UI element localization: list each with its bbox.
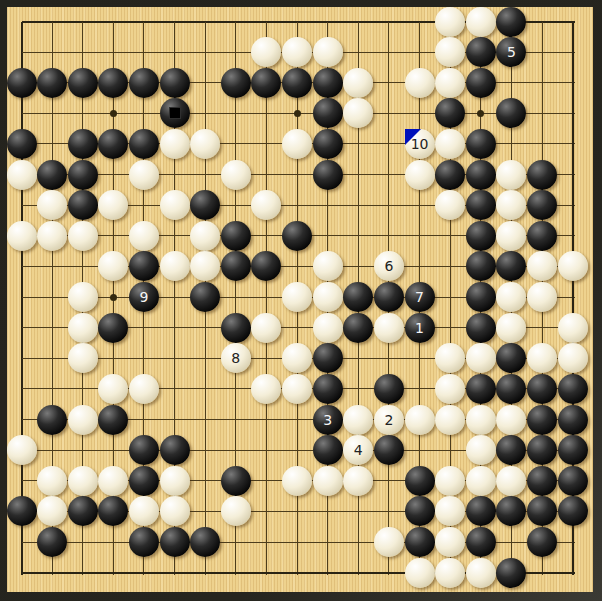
stone-black-5-2 [160, 68, 190, 98]
stone-white-1-16 [37, 496, 67, 526]
stone-white-18-8 [558, 251, 588, 281]
stone-black-9-2 [282, 68, 312, 98]
stone-white-1-7 [37, 221, 67, 251]
stone-white-10-15 [313, 466, 343, 496]
stone-black-10-13: 3 [313, 405, 343, 435]
stone-black-10-5 [313, 160, 343, 190]
stone-black-8-2 [251, 68, 281, 98]
stone-black-18-15 [558, 466, 588, 496]
stone-white-3-12 [98, 374, 128, 404]
stone-white-0-14 [7, 435, 37, 465]
stone-white-15-11 [466, 343, 496, 373]
stone-white-16-7 [496, 221, 526, 251]
stone-white-0-7 [7, 221, 37, 251]
stone-white-14-6 [435, 190, 465, 220]
stone-white-14-2 [435, 68, 465, 98]
stone-black-4-2 [129, 68, 159, 98]
stone-white-18-10 [558, 313, 588, 343]
stone-white-2-13 [68, 405, 98, 435]
move-number-label: 5 [507, 37, 516, 67]
stone-black-14-5 [435, 160, 465, 190]
stone-white-3-15 [98, 466, 128, 496]
stone-black-15-4 [466, 129, 496, 159]
stone-black-13-15 [405, 466, 435, 496]
stone-white-16-5 [496, 160, 526, 190]
stone-black-10-11 [313, 343, 343, 373]
stone-white-1-6 [37, 190, 67, 220]
star-point [110, 110, 117, 117]
stone-black-15-6 [466, 190, 496, 220]
stone-white-10-1 [313, 37, 343, 67]
stone-white-9-11 [282, 343, 312, 373]
stone-black-16-12 [496, 374, 526, 404]
stone-black-1-17 [37, 527, 67, 557]
move-number-label: 4 [354, 435, 363, 465]
move-number-label: 1 [415, 313, 424, 343]
stone-black-7-10 [221, 313, 251, 343]
stone-black-17-17 [527, 527, 557, 557]
stone-white-5-15 [160, 466, 190, 496]
stone-black-4-17 [129, 527, 159, 557]
triangle-marker [405, 129, 421, 145]
stone-white-13-2 [405, 68, 435, 98]
stone-white-7-5 [221, 160, 251, 190]
stone-white-13-5 [405, 160, 435, 190]
stone-white-11-2 [343, 68, 373, 98]
star-point [110, 294, 117, 301]
move-number-label: 7 [415, 282, 424, 312]
stone-black-15-1 [466, 37, 496, 67]
stone-white-14-4 [435, 129, 465, 159]
stone-white-17-9 [527, 282, 557, 312]
stone-white-2-7 [68, 221, 98, 251]
stone-white-6-4 [190, 129, 220, 159]
stone-white-5-16 [160, 496, 190, 526]
stone-white-12-13: 2 [374, 405, 404, 435]
stone-white-1-15 [37, 466, 67, 496]
stone-white-18-11 [558, 343, 588, 373]
stone-black-10-12 [313, 374, 343, 404]
move-number-label: 2 [384, 405, 393, 435]
stone-black-2-5 [68, 160, 98, 190]
move-number-label: 6 [384, 251, 393, 281]
stone-black-7-2 [221, 68, 251, 98]
stone-black-0-4 [7, 129, 37, 159]
stone-black-10-3 [313, 98, 343, 128]
stone-black-10-2 [313, 68, 343, 98]
stone-white-9-1 [282, 37, 312, 67]
stone-white-10-10 [313, 313, 343, 343]
stone-black-13-9: 7 [405, 282, 435, 312]
stone-black-17-14 [527, 435, 557, 465]
stone-black-13-16 [405, 496, 435, 526]
stone-white-12-17 [374, 527, 404, 557]
stone-black-10-4 [313, 129, 343, 159]
stone-black-5-17 [160, 527, 190, 557]
stone-black-4-8 [129, 251, 159, 281]
stone-white-14-13 [435, 405, 465, 435]
stone-white-16-15 [496, 466, 526, 496]
stone-black-3-16 [98, 496, 128, 526]
go-board[interactable]: 51069718324 [7, 7, 593, 592]
stone-black-15-8 [466, 251, 496, 281]
stone-white-12-8: 6 [374, 251, 404, 281]
stone-white-4-7 [129, 221, 159, 251]
go-board-frame: 51069718324 [0, 0, 602, 601]
stone-black-5-14 [160, 435, 190, 465]
stone-white-16-13 [496, 405, 526, 435]
stone-white-16-9 [496, 282, 526, 312]
stone-black-4-9: 9 [129, 282, 159, 312]
stone-black-9-7 [282, 221, 312, 251]
stone-black-12-12 [374, 374, 404, 404]
stone-white-15-15 [466, 466, 496, 496]
stone-black-16-1: 5 [496, 37, 526, 67]
stone-white-15-13 [466, 405, 496, 435]
stone-white-15-18 [466, 558, 496, 588]
stone-black-0-16 [7, 496, 37, 526]
stone-black-13-17 [405, 527, 435, 557]
stone-black-15-10 [466, 313, 496, 343]
stone-white-5-4 [160, 129, 190, 159]
stone-black-17-5 [527, 160, 557, 190]
stone-white-14-18 [435, 558, 465, 588]
stone-black-12-9 [374, 282, 404, 312]
stone-black-15-7 [466, 221, 496, 251]
stone-black-11-9 [343, 282, 373, 312]
stone-black-11-10 [343, 313, 373, 343]
stone-black-1-5 [37, 160, 67, 190]
stone-black-2-4 [68, 129, 98, 159]
stone-white-12-10 [374, 313, 404, 343]
stone-black-13-10: 1 [405, 313, 435, 343]
stone-white-3-8 [98, 251, 128, 281]
grid-line [21, 22, 23, 575]
stone-black-16-11 [496, 343, 526, 373]
stone-white-14-15 [435, 466, 465, 496]
stone-black-17-13 [527, 405, 557, 435]
stone-white-11-14: 4 [343, 435, 373, 465]
stone-white-11-15 [343, 466, 373, 496]
stone-white-9-4 [282, 129, 312, 159]
stone-black-15-16 [466, 496, 496, 526]
square-marker [169, 107, 181, 119]
stone-black-3-4 [98, 129, 128, 159]
stone-white-17-11 [527, 343, 557, 373]
stone-black-17-7 [527, 221, 557, 251]
star-point [477, 110, 484, 117]
stone-white-9-15 [282, 466, 312, 496]
stone-white-6-7 [190, 221, 220, 251]
stone-black-18-16 [558, 496, 588, 526]
stone-black-14-3 [435, 98, 465, 128]
stone-black-18-12 [558, 374, 588, 404]
move-number-label: 3 [323, 405, 332, 435]
stone-white-2-10 [68, 313, 98, 343]
stone-black-16-16 [496, 496, 526, 526]
stone-black-2-2 [68, 68, 98, 98]
stone-white-14-12 [435, 374, 465, 404]
stone-black-6-6 [190, 190, 220, 220]
stone-black-4-4 [129, 129, 159, 159]
stone-white-2-15 [68, 466, 98, 496]
stone-white-14-1 [435, 37, 465, 67]
stone-black-7-8 [221, 251, 251, 281]
stone-black-16-18 [496, 558, 526, 588]
stone-black-15-9 [466, 282, 496, 312]
stone-white-5-6 [160, 190, 190, 220]
stone-white-14-17 [435, 527, 465, 557]
stone-black-1-13 [37, 405, 67, 435]
move-number-label: 9 [140, 282, 149, 312]
stone-white-9-12 [282, 374, 312, 404]
stone-white-4-5 [129, 160, 159, 190]
stone-white-6-8 [190, 251, 220, 281]
stone-white-7-11: 8 [221, 343, 251, 373]
stone-white-2-11 [68, 343, 98, 373]
stone-white-17-8 [527, 251, 557, 281]
stone-white-11-3 [343, 98, 373, 128]
stone-black-15-12 [466, 374, 496, 404]
stone-white-10-9 [313, 282, 343, 312]
stone-white-2-9 [68, 282, 98, 312]
stone-black-2-16 [68, 496, 98, 526]
stone-white-8-12 [251, 374, 281, 404]
stone-white-16-10 [496, 313, 526, 343]
stone-white-5-8 [160, 251, 190, 281]
stone-black-16-3 [496, 98, 526, 128]
stone-black-2-6 [68, 190, 98, 220]
stone-black-4-15 [129, 466, 159, 496]
stone-black-0-2 [7, 68, 37, 98]
stone-black-17-16 [527, 496, 557, 526]
stone-black-3-2 [98, 68, 128, 98]
stone-black-18-14 [558, 435, 588, 465]
stone-white-11-13 [343, 405, 373, 435]
stone-black-8-8 [251, 251, 281, 281]
stone-black-16-8 [496, 251, 526, 281]
stone-white-13-18 [405, 558, 435, 588]
stone-white-15-14 [466, 435, 496, 465]
star-point [294, 110, 301, 117]
stone-black-4-14 [129, 435, 159, 465]
stone-black-7-7 [221, 221, 251, 251]
stone-white-7-16 [221, 496, 251, 526]
stone-white-14-0 [435, 7, 465, 37]
move-number-label: 8 [231, 343, 240, 373]
stone-black-18-13 [558, 405, 588, 435]
stone-black-17-15 [527, 466, 557, 496]
stone-black-17-6 [527, 190, 557, 220]
stone-black-15-5 [466, 160, 496, 190]
stone-white-16-6 [496, 190, 526, 220]
stone-white-8-1 [251, 37, 281, 67]
stone-black-3-13 [98, 405, 128, 435]
stone-black-10-14 [313, 435, 343, 465]
stone-black-6-17 [190, 527, 220, 557]
screenshot: 51069718324 [0, 0, 602, 601]
stone-black-7-15 [221, 466, 251, 496]
stone-white-15-0 [466, 7, 496, 37]
stone-black-12-14 [374, 435, 404, 465]
stone-black-15-2 [466, 68, 496, 98]
stone-white-8-10 [251, 313, 281, 343]
stone-black-16-0 [496, 7, 526, 37]
stone-black-1-2 [37, 68, 67, 98]
stone-white-4-16 [129, 496, 159, 526]
stone-black-17-12 [527, 374, 557, 404]
stone-white-8-6 [251, 190, 281, 220]
grid-line [266, 22, 267, 575]
stone-white-4-12 [129, 374, 159, 404]
stone-white-0-5 [7, 160, 37, 190]
stone-white-14-16 [435, 496, 465, 526]
stone-white-9-9 [282, 282, 312, 312]
stone-black-15-17 [466, 527, 496, 557]
stone-white-14-11 [435, 343, 465, 373]
stone-white-10-8 [313, 251, 343, 281]
stone-black-6-9 [190, 282, 220, 312]
stone-white-3-6 [98, 190, 128, 220]
stone-black-3-10 [98, 313, 128, 343]
stone-black-16-14 [496, 435, 526, 465]
stone-white-13-13 [405, 405, 435, 435]
